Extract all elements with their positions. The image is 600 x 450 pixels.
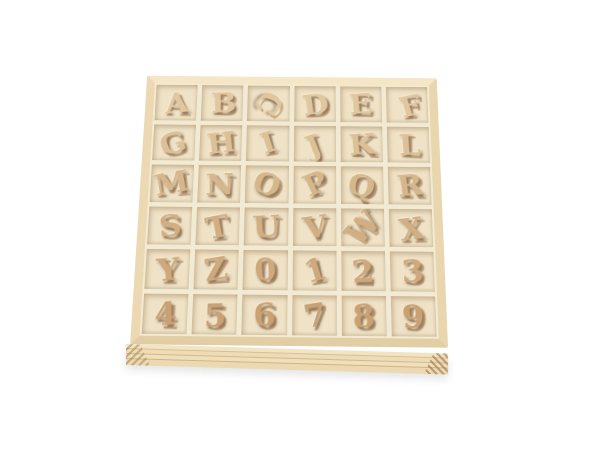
compartment-1: 11 xyxy=(292,250,336,290)
wood-piece-H: H xyxy=(205,127,237,158)
wood-piece-0: 0 xyxy=(253,254,277,286)
compartment-N: NN xyxy=(197,165,241,203)
compartment-W: WW xyxy=(341,208,385,247)
wood-piece-9: 9 xyxy=(401,300,426,332)
compartment-6: 66 xyxy=(242,294,287,335)
compartment-P: PP xyxy=(293,166,336,204)
compartment-S: SS xyxy=(147,206,192,245)
wood-piece-8: 8 xyxy=(352,300,376,332)
compartment-F: FF xyxy=(386,87,429,123)
compartment-4: 44 xyxy=(142,293,189,334)
compartment-9: 99 xyxy=(391,296,437,337)
mitred-corner-left xyxy=(126,344,150,366)
compartment-L: LL xyxy=(387,126,430,163)
wood-piece-6: 6 xyxy=(252,298,276,331)
letter-tray: AABBCCDDEEFFGGHHIIJJKKLLMMNNOOPPQQRRSSTT… xyxy=(130,76,448,348)
compartment-J: JJ xyxy=(293,125,335,162)
wood-piece-5: 5 xyxy=(203,299,226,331)
wood-piece-Y: Y xyxy=(155,253,180,286)
wood-piece-A: A xyxy=(164,89,189,118)
compartment-5: 55 xyxy=(192,294,238,335)
compartment-O: OO xyxy=(245,165,288,203)
wood-piece-Q: Q xyxy=(346,169,378,202)
wood-piece-N: N xyxy=(205,170,234,200)
wood-piece-V: V xyxy=(301,210,331,243)
compartment-2: 22 xyxy=(341,251,386,291)
compartment-G: GG xyxy=(152,124,196,161)
compartment-R: RR xyxy=(388,167,432,205)
compartment-0: 00 xyxy=(243,250,288,290)
compartment-Y: YY xyxy=(144,249,190,289)
wood-piece-B: B xyxy=(210,89,236,117)
compartment-U: UU xyxy=(244,207,288,246)
compartment-I: II xyxy=(246,125,289,162)
compartment-V: VV xyxy=(292,207,336,246)
compartment-A: AA xyxy=(155,85,198,121)
tray-side-slats xyxy=(126,344,448,375)
compartment-Z: ZZ xyxy=(194,249,239,289)
product-photo: AABBCCDDEEFFGGHHIIJJKKLLMMNNOOPPQQRRSSTT… xyxy=(0,0,600,450)
wood-piece-M: M xyxy=(152,166,191,201)
wood-piece-P: P xyxy=(298,166,332,201)
wood-piece-D: D xyxy=(301,89,331,119)
wood-piece-Z: Z xyxy=(202,252,230,286)
compartment-8: 88 xyxy=(341,295,386,336)
compartment-Q: QQ xyxy=(340,166,383,204)
compartment-C: CC xyxy=(247,86,289,122)
wood-piece-T: T xyxy=(203,210,232,244)
compartment-B: BB xyxy=(201,85,244,121)
wood-piece-C: C xyxy=(250,88,288,119)
wood-piece-R: R xyxy=(395,170,425,201)
wood-piece-2: 2 xyxy=(351,256,376,288)
compartment-H: HH xyxy=(199,124,242,161)
compartment-X: XX xyxy=(389,208,434,247)
compartment-D: DD xyxy=(294,86,336,122)
wood-piece-K: K xyxy=(348,129,377,158)
compartment-E: EE xyxy=(340,86,382,122)
wood-piece-X: X xyxy=(397,212,427,245)
mitred-corner-right xyxy=(424,353,448,375)
compartment-K: KK xyxy=(340,126,383,163)
compartment-M: MM xyxy=(150,164,195,202)
compartment-T: TT xyxy=(196,207,241,246)
wood-piece-3: 3 xyxy=(401,256,425,287)
compartment-grid: AABBCCDDEEFFGGHHIIJJKKLLMMNNOOPPQQRRSSTT… xyxy=(140,83,439,339)
wood-piece-4: 4 xyxy=(154,297,177,330)
wood-piece-S: S xyxy=(158,210,183,242)
wood-piece-E: E xyxy=(348,90,374,118)
wood-piece-L: L xyxy=(398,130,422,159)
compartment-3: 33 xyxy=(390,251,435,291)
compartment-7: 77 xyxy=(292,295,337,336)
wood-piece-U: U xyxy=(252,211,281,242)
